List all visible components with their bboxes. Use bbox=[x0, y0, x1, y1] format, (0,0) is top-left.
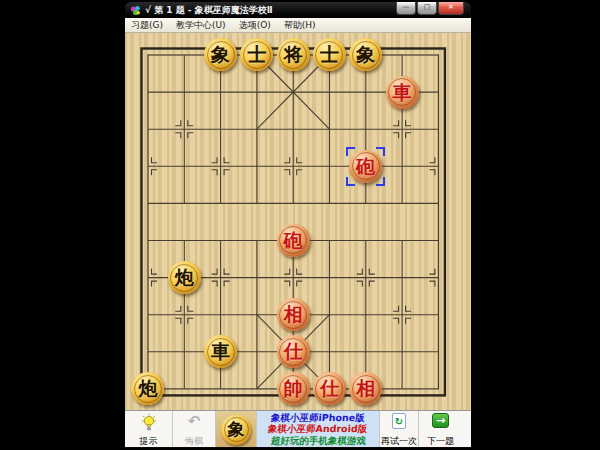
selection-corner bbox=[376, 147, 385, 156]
refresh-icon: ↻ bbox=[392, 413, 406, 429]
logo-piece-glyph: 象 bbox=[228, 421, 245, 438]
title-bar[interactable]: √ 第 1 题 - 象棋巫师魔法学校Ⅱ — □ ✕ bbox=[125, 2, 471, 18]
next-label: 下一题 bbox=[427, 436, 454, 446]
next-arrow-icon: → bbox=[432, 413, 449, 428]
retry-label: 再试一次 bbox=[381, 436, 417, 446]
piece-glyph: 炮 bbox=[138, 379, 157, 398]
piece-black-advisor[interactable]: 士 bbox=[240, 38, 273, 71]
board-grid[interactable]: 象士将士象車砲砲炮相車仕炮帥仕相 bbox=[130, 36, 457, 407]
piece-red-cannon[interactable]: 砲 bbox=[349, 150, 382, 183]
ad-banner[interactable]: 象棋小巫师iPhone版象棋小巫师Android版超好玩的手机象棋游戏 bbox=[257, 411, 380, 447]
selection-corner bbox=[346, 147, 355, 156]
logo-elephant-piece: 象 bbox=[221, 415, 251, 445]
menu-item-2[interactable]: 选项(O) bbox=[239, 19, 271, 32]
piece-glyph: 砲 bbox=[356, 157, 375, 176]
selection-corner bbox=[346, 177, 355, 186]
ad-line-2: 超好玩的手机象棋游戏 bbox=[270, 435, 366, 447]
window-controls: — □ ✕ bbox=[395, 2, 464, 15]
minimize-button[interactable]: — bbox=[396, 2, 416, 15]
piece-red-advisor[interactable]: 仕 bbox=[277, 335, 310, 368]
close-button[interactable]: ✕ bbox=[438, 2, 464, 15]
undo-arrow-icon: ↶ bbox=[188, 413, 201, 429]
desktop-background: √ 第 1 题 - 象棋巫师魔法学校Ⅱ — □ ✕ 习题(G)教学中心(U)选项… bbox=[0, 0, 600, 450]
piece-black-cannon[interactable]: 炮 bbox=[168, 261, 201, 294]
piece-glyph: 士 bbox=[247, 45, 266, 64]
maximize-button[interactable]: □ bbox=[417, 2, 437, 15]
piece-glyph: 仕 bbox=[320, 379, 339, 398]
piece-glyph: 象 bbox=[356, 45, 375, 64]
menu-bar: 习题(G)教学中心(U)选项(O)帮助(H) bbox=[125, 18, 471, 33]
piece-black-cannon[interactable]: 炮 bbox=[131, 372, 164, 405]
undo-label: 悔棋 bbox=[185, 436, 203, 446]
piece-glyph: 車 bbox=[211, 342, 230, 361]
menu-item-0[interactable]: 习题(G) bbox=[131, 19, 163, 32]
window-title: √ 第 1 题 - 象棋巫师魔法学校Ⅱ bbox=[145, 4, 273, 17]
piece-glyph: 象 bbox=[211, 45, 230, 64]
ad-line-0: 象棋小巫师iPhone版 bbox=[271, 412, 366, 424]
logo-cell[interactable]: 象 bbox=[216, 411, 257, 447]
piece-red-chariot[interactable]: 車 bbox=[386, 76, 419, 109]
piece-red-elephant[interactable]: 相 bbox=[277, 298, 310, 331]
hint-label: 提示 bbox=[140, 436, 158, 446]
app-window: √ 第 1 题 - 象棋巫师魔法学校Ⅱ — □ ✕ 习题(G)教学中心(U)选项… bbox=[125, 2, 471, 448]
piece-black-chariot[interactable]: 車 bbox=[204, 335, 237, 368]
bottom-toolbar: 提示 ↶ 悔棋 象 象棋小巫师iPhone版象棋小巫师Android版超好玩的手… bbox=[125, 410, 471, 447]
piece-glyph: 仕 bbox=[284, 342, 303, 361]
piece-black-elephant[interactable]: 象 bbox=[349, 38, 382, 71]
undo-button[interactable]: ↶ 悔棋 bbox=[173, 411, 216, 447]
piece-glyph: 砲 bbox=[284, 231, 303, 250]
piece-glyph: 車 bbox=[393, 83, 412, 102]
app-icon bbox=[130, 5, 141, 16]
retry-button[interactable]: ↻ 再试一次 bbox=[380, 411, 419, 447]
piece-glyph: 士 bbox=[320, 45, 339, 64]
piece-red-cannon[interactable]: 砲 bbox=[277, 224, 310, 257]
hint-button[interactable]: 提示 bbox=[125, 411, 173, 447]
piece-glyph: 相 bbox=[284, 305, 303, 324]
xiangqi-board: 象士将士象車砲砲炮相車仕炮帥仕相 bbox=[125, 33, 471, 410]
piece-black-general[interactable]: 将 bbox=[277, 38, 310, 71]
next-button[interactable]: → 下一题 bbox=[419, 411, 462, 447]
piece-red-general[interactable]: 帥 bbox=[277, 372, 310, 405]
piece-red-advisor[interactable]: 仕 bbox=[313, 372, 346, 405]
piece-red-elephant[interactable]: 相 bbox=[349, 372, 382, 405]
ad-line-1: 象棋小巫师Android版 bbox=[268, 423, 368, 435]
lightbulb-icon bbox=[141, 413, 157, 432]
piece-glyph: 炮 bbox=[175, 268, 194, 287]
menu-item-1[interactable]: 教学中心(U) bbox=[176, 19, 226, 32]
piece-glyph: 相 bbox=[356, 379, 375, 398]
menu-item-3[interactable]: 帮助(H) bbox=[284, 19, 316, 32]
piece-glyph: 帥 bbox=[284, 379, 303, 398]
piece-black-advisor[interactable]: 士 bbox=[313, 38, 346, 71]
selection-corner bbox=[376, 177, 385, 186]
piece-black-elephant[interactable]: 象 bbox=[204, 38, 237, 71]
piece-glyph: 将 bbox=[284, 45, 303, 64]
